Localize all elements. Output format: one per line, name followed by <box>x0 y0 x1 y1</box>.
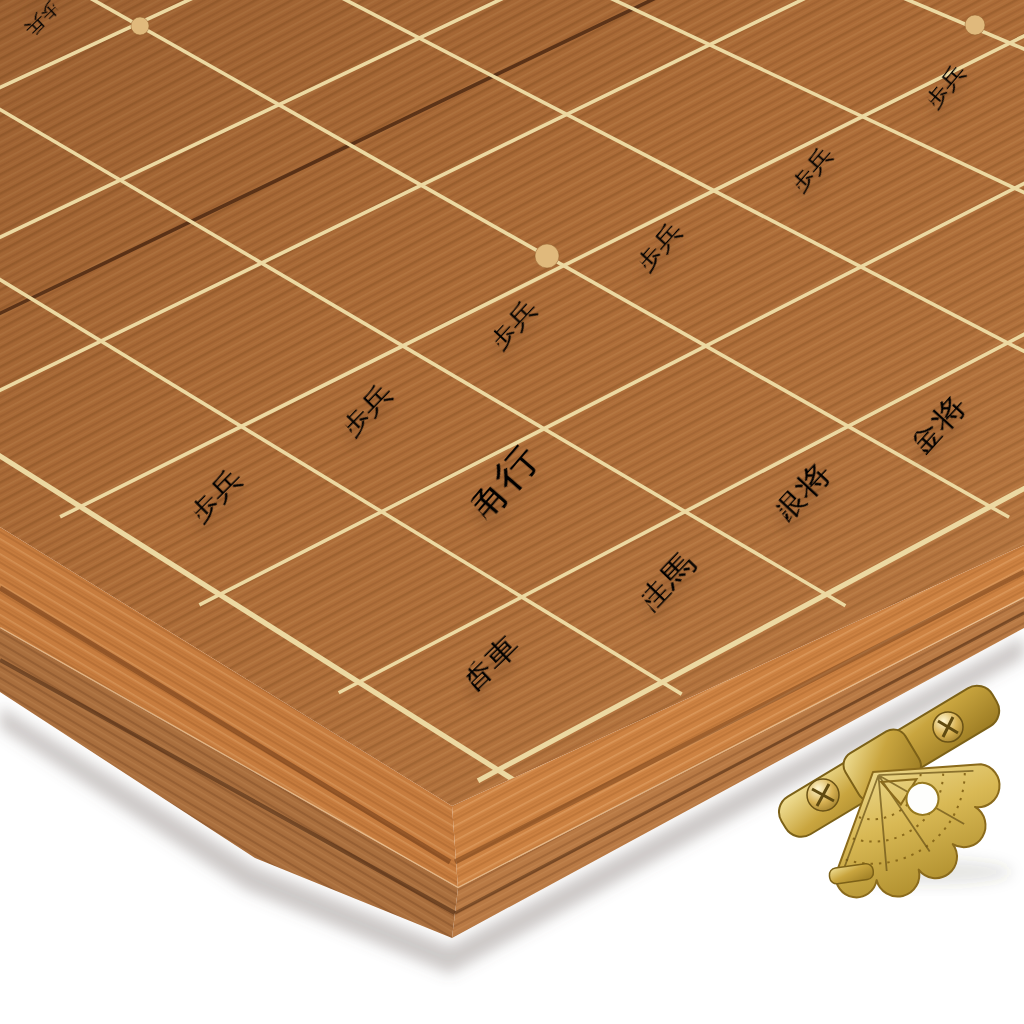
star-point <box>535 244 559 268</box>
star-point <box>131 17 149 35</box>
shogi-board-photo: 歩兵歩兵歩兵歩兵歩兵歩兵歩兵金将銀将角行桂馬香車 <box>0 0 1024 1024</box>
clasp-screw-left <box>807 779 839 811</box>
clasp-screw-right <box>933 712 963 742</box>
star-point <box>965 15 985 35</box>
